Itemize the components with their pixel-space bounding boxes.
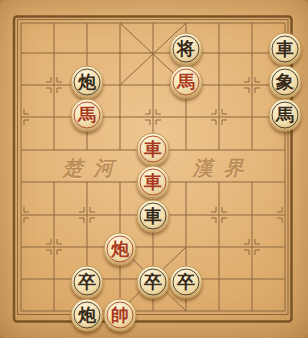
piece-black-horse[interactable]: 馬 [269, 99, 302, 132]
piece-black-general[interactable]: 将 [170, 33, 203, 66]
piece-red-general[interactable]: 帥 [104, 299, 137, 332]
piece-glyph: 将 [177, 40, 195, 58]
piece-red-cannon[interactable]: 炮 [104, 233, 137, 266]
piece-glyph: 馬 [177, 73, 195, 91]
piece-red-horse[interactable]: 馬 [71, 99, 104, 132]
piece-red-chariot[interactable]: 車 [137, 166, 170, 199]
piece-glyph: 卒 [144, 273, 162, 291]
piece-black-soldier[interactable]: 卒 [170, 266, 203, 299]
piece-glyph: 炮 [78, 73, 96, 91]
piece-red-chariot[interactable]: 車 [137, 133, 170, 166]
piece-glyph: 車 [144, 173, 162, 191]
piece-glyph: 馬 [276, 106, 294, 124]
piece-glyph: 車 [144, 207, 162, 225]
piece-red-horse[interactable]: 馬 [170, 66, 203, 99]
piece-black-elephant[interactable]: 象 [269, 66, 302, 99]
piece-glyph: 車 [276, 40, 294, 58]
piece-glyph: 象 [276, 73, 294, 91]
piece-glyph: 馬 [78, 106, 96, 124]
piece-black-soldier[interactable]: 卒 [137, 266, 170, 299]
piece-glyph: 帥 [111, 306, 129, 324]
piece-glyph: 卒 [78, 273, 96, 291]
xiangqi-board[interactable]: 楚河 漢界 将車炮馬象馬馬車車車炮卒卒卒炮帥 [0, 0, 308, 338]
river-label-left: 楚河 [52, 155, 125, 182]
piece-black-chariot[interactable]: 車 [137, 200, 170, 233]
piece-black-soldier[interactable]: 卒 [71, 266, 104, 299]
piece-glyph: 車 [144, 140, 162, 158]
piece-black-cannon[interactable]: 炮 [71, 66, 104, 99]
piece-glyph: 卒 [177, 273, 195, 291]
piece-glyph: 炮 [111, 240, 129, 258]
piece-black-chariot[interactable]: 車 [269, 33, 302, 66]
piece-glyph: 炮 [78, 306, 96, 324]
river-label-right: 漢界 [182, 155, 255, 182]
piece-black-cannon[interactable]: 炮 [71, 299, 104, 332]
